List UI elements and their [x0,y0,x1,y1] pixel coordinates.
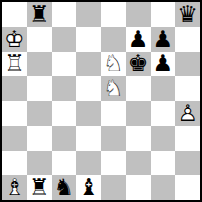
square-e6[interactable]: ♞♘ [101,52,126,77]
neutral-rook-white-half-fill: ♜ [27,175,52,200]
square-a4[interactable] [2,101,27,126]
black-queen: ♛ [175,2,200,27]
black-pawn-glyph: ♟ [151,27,176,52]
square-a3[interactable] [2,126,27,151]
square-g6[interactable]: ♟ [151,52,176,77]
square-d1[interactable]: ♝ [76,175,101,200]
white-bishop-outline: ♗ [2,175,27,200]
square-c5[interactable] [52,76,77,101]
black-rook: ♜ [27,2,52,27]
square-c1[interactable]: ♞ [52,175,77,200]
square-a2[interactable] [2,151,27,176]
black-king: ♚ [126,52,151,77]
chess-board: ♜♛♚♔♟♟♜♖♞♘♚♟♞♘♟♙♝♗♜♖♜♞♝ [0,0,202,202]
square-a5[interactable] [2,76,27,101]
square-g2[interactable] [151,151,176,176]
square-g1[interactable] [151,175,176,200]
square-a7[interactable]: ♚♔ [2,27,27,52]
square-e8[interactable] [101,2,126,27]
white-rook-outline: ♖ [2,52,27,77]
square-f8[interactable] [126,2,151,27]
chess-diagram: ♜♛♚♔♟♟♜♖♞♘♚♟♞♘♟♙♝♗♜♖♜♞♝ [0,0,202,202]
square-c2[interactable] [52,151,77,176]
white-knight: ♞♘ [101,52,126,77]
square-f6[interactable]: ♚ [126,52,151,77]
black-pawn: ♟ [151,27,176,52]
square-b1[interactable]: ♜♖♜ [27,175,52,200]
square-a6[interactable]: ♜♖ [2,52,27,77]
square-d2[interactable] [76,151,101,176]
black-knight-glyph: ♞ [52,175,77,200]
square-g3[interactable] [151,126,176,151]
white-knight-outline: ♘ [101,76,126,101]
square-a8[interactable] [2,2,27,27]
black-pawn-glyph: ♟ [126,27,151,52]
square-g7[interactable]: ♟ [151,27,176,52]
square-h3[interactable] [175,126,200,151]
square-d7[interactable] [76,27,101,52]
white-king: ♚♔ [2,27,27,52]
square-e1[interactable] [101,175,126,200]
square-g4[interactable] [151,101,176,126]
square-c7[interactable] [52,27,77,52]
square-f5[interactable] [126,76,151,101]
square-f2[interactable] [126,151,151,176]
square-d8[interactable] [76,2,101,27]
square-d3[interactable] [76,126,101,151]
square-a1[interactable]: ♝♗ [2,175,27,200]
square-b8[interactable]: ♜ [27,2,52,27]
white-rook: ♜♖ [2,52,27,77]
black-rook-glyph: ♜ [27,2,52,27]
square-b3[interactable] [27,126,52,151]
black-knight: ♞ [52,175,77,200]
neutral-rook-black-half: ♜ [27,175,52,200]
square-c6[interactable] [52,52,77,77]
square-g8[interactable] [151,2,176,27]
square-e2[interactable] [101,151,126,176]
square-f7[interactable]: ♟ [126,27,151,52]
square-b7[interactable] [27,27,52,52]
square-b5[interactable] [27,76,52,101]
square-b2[interactable] [27,151,52,176]
square-d6[interactable] [76,52,101,77]
white-king-outline: ♔ [2,27,27,52]
white-bishop: ♝♗ [2,175,27,200]
black-pawn-glyph: ♟ [151,52,176,77]
square-g5[interactable] [151,76,176,101]
white-pawn-fill: ♟ [175,101,200,126]
square-b6[interactable] [27,52,52,77]
neutral-rook-white-half-outline: ♖ [27,175,52,200]
white-knight-fill: ♞ [101,76,126,101]
square-e4[interactable] [101,101,126,126]
square-f3[interactable] [126,126,151,151]
white-pawn-outline: ♙ [175,101,200,126]
square-h5[interactable] [175,76,200,101]
black-bishop-glyph: ♝ [76,175,101,200]
square-h7[interactable] [175,27,200,52]
square-e7[interactable] [101,27,126,52]
white-rook-fill: ♜ [2,52,27,77]
square-c3[interactable] [52,126,77,151]
white-king-fill: ♚ [2,27,27,52]
square-h1[interactable] [175,175,200,200]
square-c8[interactable] [52,2,77,27]
square-e3[interactable] [101,126,126,151]
white-knight-outline: ♘ [101,52,126,77]
square-b4[interactable] [27,101,52,126]
white-bishop-fill: ♝ [2,175,27,200]
white-pawn: ♟♙ [175,101,200,126]
square-f4[interactable] [126,101,151,126]
square-f1[interactable] [126,175,151,200]
square-d4[interactable] [76,101,101,126]
square-c4[interactable] [52,101,77,126]
square-h2[interactable] [175,151,200,176]
square-h8[interactable]: ♛ [175,2,200,27]
square-d5[interactable] [76,76,101,101]
black-queen-glyph: ♛ [175,2,200,27]
square-e5[interactable]: ♞♘ [101,76,126,101]
white-knight-fill: ♞ [101,52,126,77]
black-pawn: ♟ [151,52,176,77]
square-h4[interactable]: ♟♙ [175,101,200,126]
black-pawn: ♟ [126,27,151,52]
white-knight: ♞♘ [101,76,126,101]
neutral-rook: ♜♖♜ [27,175,52,200]
black-bishop: ♝ [76,175,101,200]
black-king-glyph: ♚ [126,52,151,77]
square-h6[interactable] [175,52,200,77]
